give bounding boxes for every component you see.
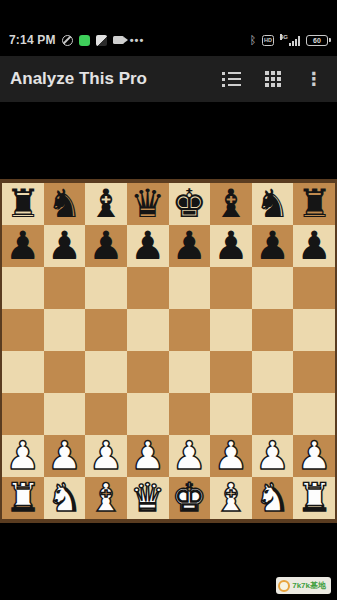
- green-app-notification-icon: [79, 35, 90, 46]
- black-king: ♚: [172, 184, 207, 223]
- white-pawn: ♟: [5, 436, 40, 475]
- square-f4[interactable]: [210, 351, 252, 393]
- square-h3[interactable]: [293, 393, 335, 435]
- square-e7[interactable]: ♟: [169, 225, 211, 267]
- black-bishop: ♝: [213, 184, 248, 223]
- network-type-label: 4G: [280, 34, 282, 40]
- white-pawn: ♟: [130, 436, 165, 475]
- square-h2[interactable]: ♟: [293, 435, 335, 477]
- move-list-icon[interactable]: [222, 72, 241, 87]
- square-d1[interactable]: ♛: [127, 477, 169, 519]
- square-a5[interactable]: [2, 309, 44, 351]
- app-title: Analyze This Pro: [10, 69, 147, 89]
- black-knight: ♞: [255, 184, 290, 223]
- white-pawn: ♟: [47, 436, 82, 475]
- square-f6[interactable]: [210, 267, 252, 309]
- square-d7[interactable]: ♟: [127, 225, 169, 267]
- square-e4[interactable]: [169, 351, 211, 393]
- square-a3[interactable]: [2, 393, 44, 435]
- grid-icon[interactable]: [265, 71, 281, 87]
- black-pawn: ♟: [5, 226, 40, 265]
- white-king: ♚: [172, 478, 207, 517]
- status-bar: 7:14 PM ••• ᛒ HD 4G 60: [0, 28, 337, 52]
- square-d8[interactable]: ♛: [127, 183, 169, 225]
- white-knight: ♞: [255, 478, 290, 517]
- square-a8[interactable]: ♜: [2, 183, 44, 225]
- white-pawn: ♟: [255, 436, 290, 475]
- square-f2[interactable]: ♟: [210, 435, 252, 477]
- black-knight: ♞: [47, 184, 82, 223]
- battery-icon: 60: [306, 35, 328, 46]
- black-pawn: ♟: [130, 226, 165, 265]
- square-c2[interactable]: ♟: [85, 435, 127, 477]
- square-h5[interactable]: [293, 309, 335, 351]
- white-pawn: ♟: [297, 436, 332, 475]
- white-bishop: ♝: [89, 478, 124, 517]
- square-a2[interactable]: ♟: [2, 435, 44, 477]
- black-pawn: ♟: [47, 226, 82, 265]
- watermark-badge: 7k7k基地: [276, 577, 331, 594]
- white-pawn: ♟: [89, 436, 124, 475]
- square-e8[interactable]: ♚: [169, 183, 211, 225]
- more-notifications-icon: •••: [130, 35, 145, 46]
- chess-board[interactable]: ♜♞♝♛♚♝♞♜♟♟♟♟♟♟♟♟♟♟♟♟♟♟♟♟♜♞♝♛♚♝♞♜: [2, 183, 335, 519]
- black-rook: ♜: [5, 184, 40, 223]
- square-a6[interactable]: [2, 267, 44, 309]
- square-h8[interactable]: ♜: [293, 183, 335, 225]
- screenshot-icon: [96, 35, 107, 46]
- square-b6[interactable]: [44, 267, 86, 309]
- white-knight: ♞: [47, 478, 82, 517]
- square-b2[interactable]: ♟: [44, 435, 86, 477]
- square-g7[interactable]: ♟: [252, 225, 294, 267]
- square-f1[interactable]: ♝: [210, 477, 252, 519]
- square-c1[interactable]: ♝: [85, 477, 127, 519]
- square-c3[interactable]: [85, 393, 127, 435]
- square-e6[interactable]: [169, 267, 211, 309]
- white-bishop: ♝: [213, 478, 248, 517]
- overflow-menu-icon[interactable]: ⋮: [305, 70, 323, 88]
- white-pawn: ♟: [172, 436, 207, 475]
- square-f3[interactable]: [210, 393, 252, 435]
- square-g6[interactable]: [252, 267, 294, 309]
- white-queen: ♛: [130, 478, 165, 517]
- square-e2[interactable]: ♟: [169, 435, 211, 477]
- square-h7[interactable]: ♟: [293, 225, 335, 267]
- black-pawn: ♟: [297, 226, 332, 265]
- square-a1[interactable]: ♜: [2, 477, 44, 519]
- square-c6[interactable]: [85, 267, 127, 309]
- square-f8[interactable]: ♝: [210, 183, 252, 225]
- black-pawn: ♟: [213, 226, 248, 265]
- square-e1[interactable]: ♚: [169, 477, 211, 519]
- chess-board-frame: ♜♞♝♛♚♝♞♜♟♟♟♟♟♟♟♟♟♟♟♟♟♟♟♟♜♞♝♛♚♝♞♜: [0, 179, 337, 523]
- square-d6[interactable]: [127, 267, 169, 309]
- square-d3[interactable]: [127, 393, 169, 435]
- square-c5[interactable]: [85, 309, 127, 351]
- square-g1[interactable]: ♞: [252, 477, 294, 519]
- white-rook: ♜: [5, 478, 40, 517]
- square-a4[interactable]: [2, 351, 44, 393]
- square-g8[interactable]: ♞: [252, 183, 294, 225]
- square-a7[interactable]: ♟: [2, 225, 44, 267]
- square-b8[interactable]: ♞: [44, 183, 86, 225]
- square-e5[interactable]: [169, 309, 211, 351]
- black-bishop: ♝: [89, 184, 124, 223]
- clock: 7:14 PM: [9, 33, 56, 47]
- square-b3[interactable]: [44, 393, 86, 435]
- black-pawn: ♟: [255, 226, 290, 265]
- volte-hd-icon: HD: [262, 35, 274, 46]
- square-f5[interactable]: [210, 309, 252, 351]
- app-bar: Analyze This Pro ⋮: [0, 56, 337, 103]
- mute-icon: [62, 35, 73, 46]
- square-d4[interactable]: [127, 351, 169, 393]
- square-g3[interactable]: [252, 393, 294, 435]
- square-c7[interactable]: ♟: [85, 225, 127, 267]
- square-b1[interactable]: ♞: [44, 477, 86, 519]
- signal-icon: 4G: [280, 35, 300, 46]
- square-h1[interactable]: ♜: [293, 477, 335, 519]
- white-rook: ♜: [297, 478, 332, 517]
- white-pawn: ♟: [213, 436, 248, 475]
- square-b5[interactable]: [44, 309, 86, 351]
- camcorder-icon: [113, 36, 124, 44]
- square-d5[interactable]: [127, 309, 169, 351]
- square-d2[interactable]: ♟: [127, 435, 169, 477]
- square-f7[interactable]: ♟: [210, 225, 252, 267]
- black-queen: ♛: [130, 184, 165, 223]
- black-pawn: ♟: [89, 226, 124, 265]
- square-g2[interactable]: ♟: [252, 435, 294, 477]
- black-rook: ♜: [297, 184, 332, 223]
- square-h6[interactable]: [293, 267, 335, 309]
- bluetooth-icon: ᛒ: [249, 34, 256, 47]
- watermark-text: 7k7k基地: [292, 580, 326, 591]
- square-g5[interactable]: [252, 309, 294, 351]
- square-c8[interactable]: ♝: [85, 183, 127, 225]
- square-b7[interactable]: ♟: [44, 225, 86, 267]
- phone-screen: 7:14 PM ••• ᛒ HD 4G 60 Analyze This Pro: [0, 0, 337, 600]
- watermark-logo-icon: [278, 580, 290, 592]
- square-g4[interactable]: [252, 351, 294, 393]
- square-b4[interactable]: [44, 351, 86, 393]
- square-e3[interactable]: [169, 393, 211, 435]
- square-h4[interactable]: [293, 351, 335, 393]
- square-c4[interactable]: [85, 351, 127, 393]
- black-pawn: ♟: [172, 226, 207, 265]
